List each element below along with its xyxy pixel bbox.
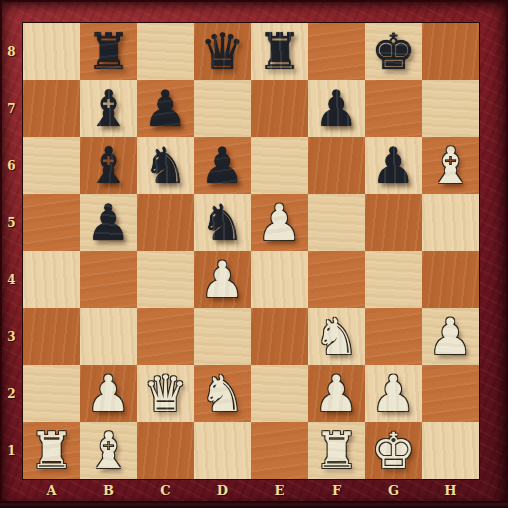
black-knight[interactable]: ♞ <box>137 137 194 194</box>
square-b8[interactable]: ♜ <box>80 23 137 80</box>
black-pawn[interactable]: ♟ <box>137 80 194 137</box>
white-pawn[interactable]: ♟ <box>365 365 422 422</box>
square-c3[interactable] <box>137 308 194 365</box>
black-bishop[interactable]: ♝ <box>80 80 137 137</box>
square-g5[interactable] <box>365 194 422 251</box>
black-pawn[interactable]: ♟ <box>194 137 251 194</box>
square-h6[interactable]: ♝ <box>422 137 479 194</box>
file-label-a: A <box>23 479 80 501</box>
white-rook[interactable]: ♜ <box>308 422 365 479</box>
square-e4[interactable] <box>251 251 308 308</box>
white-knight[interactable]: ♞ <box>308 308 365 365</box>
square-d7[interactable] <box>194 80 251 137</box>
white-pawn[interactable]: ♟ <box>422 308 479 365</box>
square-h7[interactable] <box>422 80 479 137</box>
rank-label-6: 6 <box>0 137 23 194</box>
frame-bottom-edge <box>0 501 508 508</box>
square-e8[interactable]: ♜ <box>251 23 308 80</box>
square-d3[interactable] <box>194 308 251 365</box>
black-rook[interactable]: ♜ <box>251 23 308 80</box>
white-bishop[interactable]: ♝ <box>422 137 479 194</box>
square-g1[interactable]: ♚ <box>365 422 422 479</box>
square-f5[interactable] <box>308 194 365 251</box>
white-knight[interactable]: ♞ <box>194 365 251 422</box>
square-b6[interactable]: ♝ <box>80 137 137 194</box>
black-pawn[interactable]: ♟ <box>308 80 365 137</box>
square-h4[interactable] <box>422 251 479 308</box>
square-a3[interactable] <box>23 308 80 365</box>
square-h3[interactable]: ♟ <box>422 308 479 365</box>
file-label-g: G <box>365 479 422 501</box>
square-h5[interactable] <box>422 194 479 251</box>
square-g6[interactable]: ♟ <box>365 137 422 194</box>
square-g2[interactable]: ♟ <box>365 365 422 422</box>
square-h1[interactable] <box>422 422 479 479</box>
white-pawn[interactable]: ♟ <box>80 365 137 422</box>
file-label-d: D <box>194 479 251 501</box>
square-e2[interactable] <box>251 365 308 422</box>
square-b5[interactable]: ♟ <box>80 194 137 251</box>
square-a4[interactable] <box>23 251 80 308</box>
file-label-b: B <box>80 479 137 501</box>
black-bishop[interactable]: ♝ <box>80 137 137 194</box>
square-a2[interactable] <box>23 365 80 422</box>
square-c6[interactable]: ♞ <box>137 137 194 194</box>
white-pawn[interactable]: ♟ <box>251 194 308 251</box>
white-king[interactable]: ♚ <box>365 422 422 479</box>
rank-label-8: 8 <box>0 23 23 80</box>
white-pawn[interactable]: ♟ <box>194 251 251 308</box>
square-d8[interactable]: ♛ <box>194 23 251 80</box>
black-queen[interactable]: ♛ <box>194 23 251 80</box>
square-d1[interactable] <box>194 422 251 479</box>
square-c4[interactable] <box>137 251 194 308</box>
black-pawn[interactable]: ♟ <box>365 137 422 194</box>
square-b1[interactable]: ♝ <box>80 422 137 479</box>
file-label-h: H <box>422 479 479 501</box>
square-e6[interactable] <box>251 137 308 194</box>
square-a1[interactable]: ♜ <box>23 422 80 479</box>
black-king[interactable]: ♚ <box>365 23 422 80</box>
square-f4[interactable] <box>308 251 365 308</box>
board-frame: ♜♛♜♚♝♟♟♝♞♟♟♝♟♞♟♟♞♟♟♛♞♟♟♜♝♜♚ 87654321 ABC… <box>0 0 508 508</box>
rank-labels: 87654321 <box>0 23 23 479</box>
square-c1[interactable] <box>137 422 194 479</box>
square-f6[interactable] <box>308 137 365 194</box>
file-label-e: E <box>251 479 308 501</box>
black-knight[interactable]: ♞ <box>194 194 251 251</box>
white-rook[interactable]: ♜ <box>23 422 80 479</box>
chess-board: ♜♛♜♚♝♟♟♝♞♟♟♝♟♞♟♟♞♟♟♛♞♟♟♜♝♜♚ <box>23 23 479 479</box>
rank-label-2: 2 <box>0 365 23 422</box>
square-b2[interactable]: ♟ <box>80 365 137 422</box>
square-b4[interactable] <box>80 251 137 308</box>
square-c2[interactable]: ♛ <box>137 365 194 422</box>
square-f7[interactable]: ♟ <box>308 80 365 137</box>
square-c7[interactable]: ♟ <box>137 80 194 137</box>
square-f8[interactable] <box>308 23 365 80</box>
rank-label-5: 5 <box>0 194 23 251</box>
square-g3[interactable] <box>365 308 422 365</box>
square-h8[interactable] <box>422 23 479 80</box>
white-queen[interactable]: ♛ <box>137 365 194 422</box>
square-b3[interactable] <box>80 308 137 365</box>
square-d5[interactable]: ♞ <box>194 194 251 251</box>
square-d6[interactable]: ♟ <box>194 137 251 194</box>
square-a6[interactable] <box>23 137 80 194</box>
square-e1[interactable] <box>251 422 308 479</box>
square-d4[interactable]: ♟ <box>194 251 251 308</box>
square-f1[interactable]: ♜ <box>308 422 365 479</box>
black-rook[interactable]: ♜ <box>80 23 137 80</box>
rank-label-3: 3 <box>0 308 23 365</box>
file-labels: ABCDEFGH <box>23 479 479 501</box>
square-g8[interactable]: ♚ <box>365 23 422 80</box>
square-f3[interactable]: ♞ <box>308 308 365 365</box>
square-e5[interactable]: ♟ <box>251 194 308 251</box>
rank-label-7: 7 <box>0 80 23 137</box>
square-f2[interactable]: ♟ <box>308 365 365 422</box>
square-h2[interactable] <box>422 365 479 422</box>
square-a8[interactable] <box>23 23 80 80</box>
file-label-c: C <box>137 479 194 501</box>
square-e3[interactable] <box>251 308 308 365</box>
black-pawn[interactable]: ♟ <box>80 194 137 251</box>
rank-label-4: 4 <box>0 251 23 308</box>
white-pawn[interactable]: ♟ <box>308 365 365 422</box>
rank-label-1: 1 <box>0 422 23 479</box>
square-g7[interactable] <box>365 80 422 137</box>
square-e7[interactable] <box>251 80 308 137</box>
square-c5[interactable] <box>137 194 194 251</box>
square-c8[interactable] <box>137 23 194 80</box>
square-a5[interactable] <box>23 194 80 251</box>
square-b7[interactable]: ♝ <box>80 80 137 137</box>
square-a7[interactable] <box>23 80 80 137</box>
square-g4[interactable] <box>365 251 422 308</box>
white-bishop[interactable]: ♝ <box>80 422 137 479</box>
square-d2[interactable]: ♞ <box>194 365 251 422</box>
file-label-f: F <box>308 479 365 501</box>
